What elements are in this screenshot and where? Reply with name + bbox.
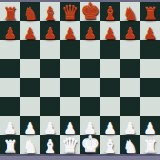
square-g4[interactable] [120, 78, 140, 97]
square-a4[interactable] [0, 78, 20, 97]
square-f5[interactable] [100, 59, 120, 78]
piece-white-knight[interactable]: ♞ [122, 139, 137, 156]
square-g1[interactable]: ♞ [120, 135, 140, 154]
square-h1[interactable]: ♜ [140, 135, 160, 154]
square-h3[interactable] [140, 97, 160, 116]
piece-red-knight[interactable]: ♞ [22, 6, 37, 23]
square-h4[interactable] [140, 78, 160, 97]
piece-red-rook[interactable]: ♜ [2, 6, 17, 23]
square-a5[interactable] [0, 59, 20, 78]
square-a2[interactable]: ♟ [0, 116, 20, 135]
piece-red-pawn[interactable]: ♟ [143, 27, 156, 42]
square-h8[interactable]: ♜ [140, 2, 160, 21]
square-c2[interactable]: ♟ [40, 116, 60, 135]
square-e3[interactable] [80, 97, 100, 116]
square-g2[interactable]: ♟ [120, 116, 140, 135]
square-c4[interactable] [40, 78, 60, 97]
square-a8[interactable]: ♜ [0, 2, 20, 21]
square-f1[interactable]: ♝ [100, 135, 120, 154]
square-f4[interactable] [100, 78, 120, 97]
piece-red-pawn[interactable]: ♟ [3, 27, 16, 42]
square-b1[interactable]: ♞ [20, 135, 40, 154]
square-e5[interactable] [80, 59, 100, 78]
square-a1[interactable]: ♜ [0, 135, 20, 154]
square-d1[interactable]: ♛ [60, 135, 80, 154]
piece-red-pawn[interactable]: ♟ [63, 27, 76, 42]
piece-white-rook[interactable]: ♜ [142, 139, 157, 156]
square-c8[interactable]: ♝ [40, 2, 60, 21]
piece-red-bishop[interactable]: ♝ [102, 5, 118, 23]
piece-white-pawn[interactable]: ♟ [23, 122, 36, 137]
square-a3[interactable] [0, 97, 20, 116]
piece-red-knight[interactable]: ♞ [122, 6, 137, 23]
piece-red-bishop[interactable]: ♝ [42, 5, 58, 23]
square-g8[interactable]: ♞ [120, 2, 140, 21]
piece-red-pawn[interactable]: ♟ [43, 27, 56, 42]
square-f8[interactable]: ♝ [100, 2, 120, 21]
square-c1[interactable]: ♝ [40, 135, 60, 154]
piece-red-queen[interactable]: ♛ [61, 3, 79, 23]
piece-white-pawn[interactable]: ♟ [143, 122, 156, 137]
chess-app-scene: ♜♞♝♛♚♝♞♜♟♟♟♟♟♟♟♟♟♟♟♟♟♟♟♟♜♞♝♛♚♝♞♜ [0, 0, 160, 160]
square-g5[interactable] [120, 59, 140, 78]
piece-white-pawn[interactable]: ♟ [103, 122, 116, 137]
square-h2[interactable]: ♟ [140, 116, 160, 135]
square-b4[interactable] [20, 78, 40, 97]
square-f3[interactable] [100, 97, 120, 116]
square-d5[interactable] [60, 59, 80, 78]
square-f2[interactable]: ♟ [100, 116, 120, 135]
piece-white-bishop[interactable]: ♝ [102, 138, 118, 156]
piece-white-pawn[interactable]: ♟ [43, 122, 56, 137]
piece-white-rook[interactable]: ♜ [2, 139, 17, 156]
piece-red-king[interactable]: ♚ [80, 1, 100, 23]
square-d3[interactable] [60, 97, 80, 116]
square-h5[interactable] [140, 59, 160, 78]
piece-white-pawn[interactable]: ♟ [123, 122, 136, 137]
square-e1[interactable]: ♚ [80, 135, 100, 154]
piece-red-pawn[interactable]: ♟ [83, 27, 96, 42]
piece-red-pawn[interactable]: ♟ [103, 27, 116, 42]
piece-red-pawn[interactable]: ♟ [23, 27, 36, 42]
square-b5[interactable] [20, 59, 40, 78]
square-e4[interactable] [80, 78, 100, 97]
piece-red-rook[interactable]: ♜ [142, 6, 157, 23]
square-c3[interactable] [40, 97, 60, 116]
piece-white-pawn[interactable]: ♟ [3, 122, 16, 137]
piece-white-king[interactable]: ♚ [80, 134, 100, 156]
square-b3[interactable] [20, 97, 40, 116]
square-e8[interactable]: ♚ [80, 2, 100, 21]
piece-red-pawn[interactable]: ♟ [123, 27, 136, 42]
piece-white-bishop[interactable]: ♝ [42, 138, 58, 156]
square-d8[interactable]: ♛ [60, 2, 80, 21]
square-d2[interactable]: ♟ [60, 116, 80, 135]
square-b2[interactable]: ♟ [20, 116, 40, 135]
square-b8[interactable]: ♞ [20, 2, 40, 21]
square-c5[interactable] [40, 59, 60, 78]
square-d4[interactable] [60, 78, 80, 97]
piece-white-knight[interactable]: ♞ [22, 139, 37, 156]
chess-board: ♜♞♝♛♚♝♞♜♟♟♟♟♟♟♟♟♟♟♟♟♟♟♟♟♜♞♝♛♚♝♞♜ [0, 2, 160, 154]
piece-white-queen[interactable]: ♛ [61, 136, 79, 156]
square-g3[interactable] [120, 97, 140, 116]
